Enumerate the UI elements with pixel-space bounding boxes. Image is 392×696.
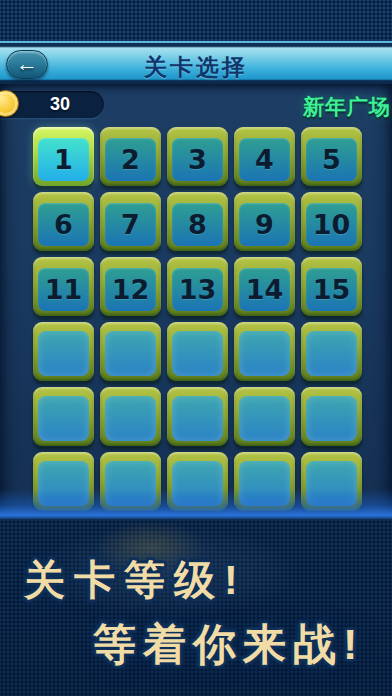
- coin-icon: [0, 90, 19, 117]
- level-button-face: 8: [172, 203, 223, 246]
- level-button-13[interactable]: 13: [167, 257, 228, 316]
- level-number: 2: [121, 146, 140, 173]
- level-button-face: [306, 396, 357, 441]
- header-bar: ← 关卡选择: [0, 41, 392, 84]
- level-button-10[interactable]: 10: [301, 192, 362, 251]
- level-number: 3: [188, 146, 207, 173]
- level-button-face: [38, 331, 89, 376]
- level-button-14[interactable]: 14: [234, 257, 295, 316]
- coin-count: 30: [30, 94, 90, 115]
- level-button-locked[interactable]: [301, 452, 362, 511]
- level-number: 4: [255, 146, 274, 173]
- slogan-line-1: 关卡等级!: [24, 553, 247, 608]
- level-button-face: [172, 461, 223, 506]
- level-button-locked[interactable]: [167, 452, 228, 511]
- level-button-locked[interactable]: [100, 452, 161, 511]
- level-button-face: 13: [172, 268, 223, 311]
- level-number: 6: [54, 211, 73, 238]
- level-button-2[interactable]: 2: [100, 127, 161, 186]
- level-button-locked[interactable]: [33, 322, 94, 381]
- level-button-face: 10: [306, 203, 357, 246]
- level-button-face: 2: [105, 138, 156, 181]
- level-button-locked[interactable]: [33, 452, 94, 511]
- level-button-locked[interactable]: [234, 452, 295, 511]
- level-button-6[interactable]: 6: [33, 192, 94, 251]
- level-select-screen: ← 关卡选择 30 新年广场 123456789101112131415 关卡等…: [0, 0, 392, 696]
- level-button-face: [105, 396, 156, 441]
- level-button-face: 9: [239, 203, 290, 246]
- level-button-face: [172, 331, 223, 376]
- level-button-face: 7: [105, 203, 156, 246]
- level-number: 8: [188, 211, 207, 238]
- level-button-locked[interactable]: [167, 387, 228, 446]
- level-button-face: 3: [172, 138, 223, 181]
- level-button-face: 15: [306, 268, 357, 311]
- level-button-11[interactable]: 11: [33, 257, 94, 316]
- level-button-4[interactable]: 4: [234, 127, 295, 186]
- level-button-face: 14: [239, 268, 290, 311]
- level-number: 14: [246, 276, 284, 303]
- level-button-locked[interactable]: [167, 322, 228, 381]
- level-number: 1: [54, 146, 73, 173]
- level-button-locked[interactable]: [100, 387, 161, 446]
- level-button-locked[interactable]: [100, 322, 161, 381]
- level-button-face: [239, 331, 290, 376]
- level-button-face: [306, 461, 357, 506]
- level-button-face: [239, 396, 290, 441]
- level-number: 11: [45, 276, 83, 303]
- level-button-7[interactable]: 7: [100, 192, 161, 251]
- level-number: 7: [121, 211, 140, 238]
- level-button-locked[interactable]: [234, 387, 295, 446]
- level-number: 12: [112, 276, 150, 303]
- level-button-8[interactable]: 8: [167, 192, 228, 251]
- level-number: 15: [313, 276, 351, 303]
- level-button-face: [172, 396, 223, 441]
- level-button-face: [239, 461, 290, 506]
- level-button-locked[interactable]: [301, 387, 362, 446]
- level-number: 13: [179, 276, 217, 303]
- level-grid: 123456789101112131415: [33, 127, 362, 511]
- level-number: 9: [255, 211, 274, 238]
- level-button-5[interactable]: 5: [301, 127, 362, 186]
- coin-counter: 30: [0, 91, 104, 118]
- page-title: 关卡选择: [0, 52, 392, 83]
- level-button-9[interactable]: 9: [234, 192, 295, 251]
- area-name-label: 新年广场: [303, 93, 391, 121]
- level-button-face: [105, 331, 156, 376]
- level-button-face: [105, 461, 156, 506]
- level-button-face: 4: [239, 138, 290, 181]
- level-button-face: 5: [306, 138, 357, 181]
- level-button-face: [306, 331, 357, 376]
- level-button-12[interactable]: 12: [100, 257, 161, 316]
- level-button-locked[interactable]: [301, 322, 362, 381]
- level-button-face: 12: [105, 268, 156, 311]
- level-button-15[interactable]: 15: [301, 257, 362, 316]
- level-number: 10: [313, 211, 351, 238]
- level-button-face: [38, 461, 89, 506]
- level-button-face: 1: [38, 138, 89, 181]
- slogan-line-2: 等着你来战!: [93, 616, 364, 674]
- level-number: 5: [322, 146, 341, 173]
- level-button-face: 11: [38, 268, 89, 311]
- level-button-1[interactable]: 1: [33, 127, 94, 186]
- level-button-locked[interactable]: [234, 322, 295, 381]
- level-button-face: [38, 396, 89, 441]
- level-button-3[interactable]: 3: [167, 127, 228, 186]
- level-button-face: 6: [38, 203, 89, 246]
- level-button-locked[interactable]: [33, 387, 94, 446]
